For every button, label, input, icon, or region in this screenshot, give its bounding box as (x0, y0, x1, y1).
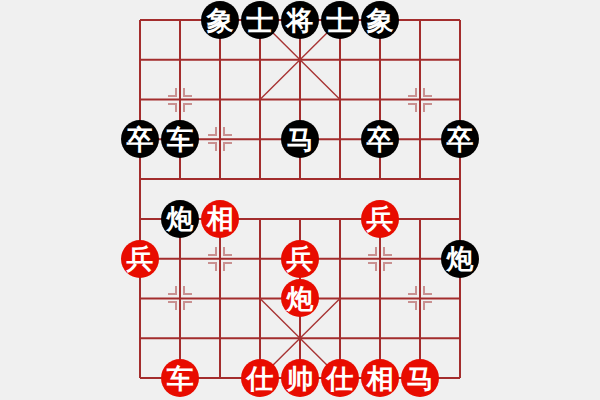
piece-red-pawn[interactable]: 兵 (121, 240, 159, 278)
piece-black-pawn[interactable]: 卒 (121, 120, 159, 158)
piece-red-pawn[interactable]: 兵 (361, 200, 399, 238)
piece-red-advisor[interactable]: 仕 (321, 359, 359, 397)
piece-red-advisor[interactable]: 仕 (241, 359, 279, 397)
piece-black-pawn[interactable]: 卒 (361, 120, 399, 158)
piece-red-chariot[interactable]: 车 (161, 359, 199, 397)
piece-black-cannon[interactable]: 炮 (161, 200, 199, 238)
xiangqi-board[interactable]: 象士将士象卒车马卒卒炮相兵兵兵炮炮车仕帅仕相马 (0, 0, 600, 400)
piece-red-elephant[interactable]: 相 (201, 200, 239, 238)
board-grid (0, 0, 600, 400)
piece-black-elephant[interactable]: 象 (361, 1, 399, 39)
piece-black-general[interactable]: 将 (281, 1, 319, 39)
piece-red-elephant[interactable]: 相 (361, 359, 399, 397)
piece-black-advisor[interactable]: 士 (241, 1, 279, 39)
piece-black-chariot[interactable]: 车 (161, 120, 199, 158)
piece-red-cannon[interactable]: 炮 (281, 279, 319, 317)
piece-red-pawn[interactable]: 兵 (281, 240, 319, 278)
piece-black-elephant[interactable]: 象 (201, 1, 239, 39)
piece-black-horse[interactable]: 马 (281, 120, 319, 158)
piece-red-horse[interactable]: 马 (401, 359, 439, 397)
piece-black-pawn[interactable]: 卒 (441, 120, 479, 158)
piece-red-general[interactable]: 帅 (281, 359, 319, 397)
piece-black-advisor[interactable]: 士 (321, 1, 359, 39)
piece-black-cannon[interactable]: 炮 (441, 240, 479, 278)
